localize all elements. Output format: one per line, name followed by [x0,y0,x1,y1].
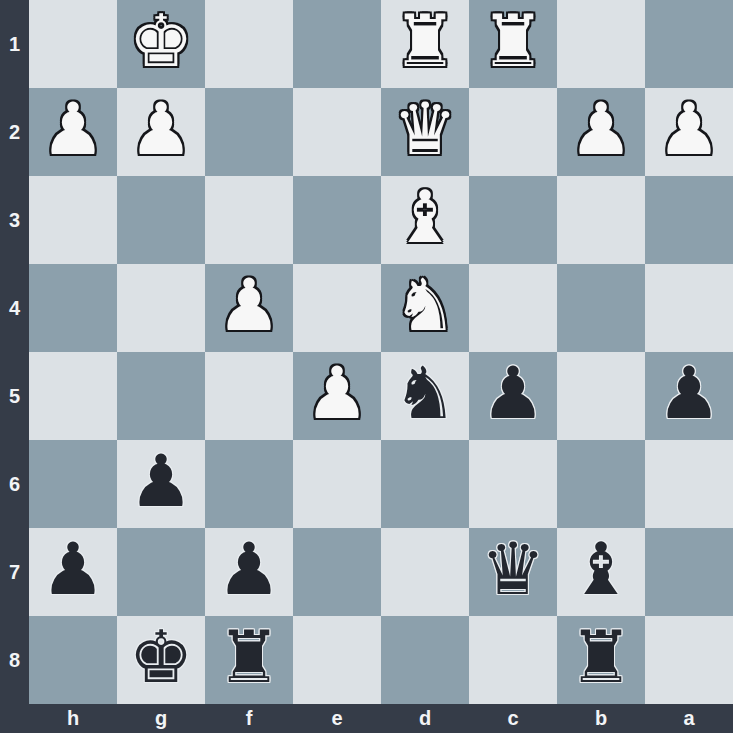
white-pawn-piece[interactable]: ♟ [569,85,634,173]
square-c7[interactable]: ♛ [469,528,557,616]
square-a1[interactable] [645,0,733,88]
square-g8[interactable]: ♚ [117,616,205,704]
black-pawn-piece[interactable]: ♟ [481,349,546,437]
square-f4[interactable]: ♟ [205,264,293,352]
rank-label-6: 6 [0,440,29,528]
square-h5[interactable] [29,352,117,440]
rank-label-1: 1 [0,0,29,88]
square-f3[interactable] [205,176,293,264]
square-d6[interactable] [381,440,469,528]
square-f5[interactable] [205,352,293,440]
square-f7[interactable]: ♟ [205,528,293,616]
square-c2[interactable] [469,88,557,176]
square-b7[interactable]: ♝ [557,528,645,616]
chess-board-frame: 12345678 ♚♜♜♟♟♛♟♟♝♟♞♟♞♟♟♟♟♟♛♝♚♜♜ hgfedcb… [0,0,733,733]
square-c6[interactable] [469,440,557,528]
rank-label-8: 8 [0,616,29,704]
square-b3[interactable] [557,176,645,264]
square-g3[interactable] [117,176,205,264]
square-c4[interactable] [469,264,557,352]
square-b4[interactable] [557,264,645,352]
black-pawn-piece[interactable]: ♟ [129,437,194,525]
white-pawn-piece[interactable]: ♟ [305,349,370,437]
square-b6[interactable] [557,440,645,528]
square-g1[interactable]: ♚ [117,0,205,88]
black-pawn-piece[interactable]: ♟ [217,525,282,613]
white-queen-piece[interactable]: ♛ [393,85,458,173]
black-rook-piece[interactable]: ♜ [569,613,634,701]
square-e7[interactable] [293,528,381,616]
file-label-e: e [293,704,381,733]
white-pawn-piece[interactable]: ♟ [41,85,106,173]
file-label-f: f [205,704,293,733]
black-king-piece[interactable]: ♚ [129,613,194,701]
square-h3[interactable] [29,176,117,264]
white-rook-piece[interactable]: ♜ [481,0,546,85]
square-h6[interactable] [29,440,117,528]
square-b5[interactable] [557,352,645,440]
black-knight-piece[interactable]: ♞ [393,349,458,437]
square-c5[interactable]: ♟ [469,352,557,440]
square-g7[interactable] [117,528,205,616]
square-d5[interactable]: ♞ [381,352,469,440]
square-g5[interactable] [117,352,205,440]
square-a4[interactable] [645,264,733,352]
square-b8[interactable]: ♜ [557,616,645,704]
square-f1[interactable] [205,0,293,88]
square-a6[interactable] [645,440,733,528]
rank-label-2: 2 [0,88,29,176]
square-d3[interactable]: ♝ [381,176,469,264]
file-label-h: h [29,704,117,733]
square-h8[interactable] [29,616,117,704]
square-h4[interactable] [29,264,117,352]
square-f8[interactable]: ♜ [205,616,293,704]
square-a5[interactable]: ♟ [645,352,733,440]
black-pawn-piece[interactable]: ♟ [657,349,722,437]
file-label-c: c [469,704,557,733]
rank-labels: 12345678 [0,0,29,704]
square-f6[interactable] [205,440,293,528]
rank-label-5: 5 [0,352,29,440]
rank-label-4: 4 [0,264,29,352]
square-b2[interactable]: ♟ [557,88,645,176]
square-a8[interactable] [645,616,733,704]
square-e8[interactable] [293,616,381,704]
square-d2[interactable]: ♛ [381,88,469,176]
white-rook-piece[interactable]: ♜ [393,0,458,85]
white-pawn-piece[interactable]: ♟ [129,85,194,173]
square-h7[interactable]: ♟ [29,528,117,616]
black-pawn-piece[interactable]: ♟ [41,525,106,613]
file-labels: hgfedcba [29,704,733,733]
file-label-g: g [117,704,205,733]
square-g4[interactable] [117,264,205,352]
file-label-d: d [381,704,469,733]
rank-label-7: 7 [0,528,29,616]
square-a3[interactable] [645,176,733,264]
black-queen-piece[interactable]: ♛ [481,525,546,613]
square-b1[interactable] [557,0,645,88]
black-rook-piece[interactable]: ♜ [217,613,282,701]
rank-label-3: 3 [0,176,29,264]
white-knight-piece[interactable]: ♞ [393,261,458,349]
white-pawn-piece[interactable]: ♟ [217,261,282,349]
square-d1[interactable]: ♜ [381,0,469,88]
square-c3[interactable] [469,176,557,264]
square-g6[interactable]: ♟ [117,440,205,528]
square-g2[interactable]: ♟ [117,88,205,176]
file-label-a: a [645,704,733,733]
square-h2[interactable]: ♟ [29,88,117,176]
white-pawn-piece[interactable]: ♟ [657,85,722,173]
square-e2[interactable] [293,88,381,176]
square-d7[interactable] [381,528,469,616]
file-label-b: b [557,704,645,733]
white-bishop-piece[interactable]: ♝ [393,173,458,261]
square-c8[interactable] [469,616,557,704]
square-a7[interactable] [645,528,733,616]
white-king-piece[interactable]: ♚ [129,0,194,85]
square-f2[interactable] [205,88,293,176]
square-d8[interactable] [381,616,469,704]
square-a2[interactable]: ♟ [645,88,733,176]
square-e4[interactable] [293,264,381,352]
square-c1[interactable]: ♜ [469,0,557,88]
black-bishop-piece[interactable]: ♝ [569,525,634,613]
square-d4[interactable]: ♞ [381,264,469,352]
board: ♚♜♜♟♟♛♟♟♝♟♞♟♞♟♟♟♟♟♛♝♚♜♜ [29,0,733,704]
square-e3[interactable] [293,176,381,264]
square-h1[interactable] [29,0,117,88]
square-e1[interactable] [293,0,381,88]
square-e5[interactable]: ♟ [293,352,381,440]
square-e6[interactable] [293,440,381,528]
